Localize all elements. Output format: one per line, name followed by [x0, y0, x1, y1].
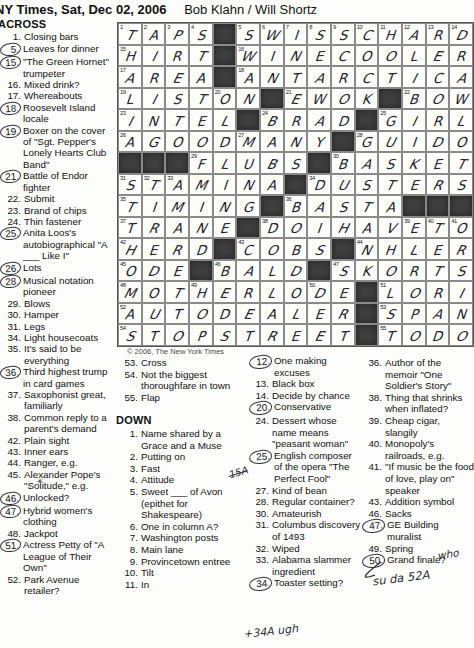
grid-cell[interactable]: O [284, 217, 308, 239]
grid-cell[interactable]: E [165, 260, 189, 282]
clue-22[interactable]: 22.Submit [0, 193, 116, 204]
grid-cell[interactable]: E [213, 217, 237, 239]
grid-cell[interactable]: D [189, 238, 213, 260]
grid-cell[interactable]: R [260, 324, 284, 346]
clue-25[interactable]: 25.English composer of the opera "The Pe… [249, 450, 361, 485]
clue-41[interactable]: 41."If music be the food of love, play o… [362, 461, 474, 496]
clue-45[interactable]: 45.Alexander Pope's "Solitude," e.g. [0, 469, 116, 492]
cell-letter: E [313, 330, 325, 344]
grid-cell[interactable]: E [307, 45, 331, 67]
grid-cell[interactable]: 32T [142, 174, 166, 196]
grid-cell[interactable]: 2A [142, 23, 166, 45]
clue-14[interactable]: 14.Decide by chance [249, 390, 361, 402]
clue-42[interactable]: 42.Plain sight [0, 435, 116, 446]
grid-cell[interactable]: 18A [236, 66, 260, 88]
grid-cell[interactable]: M [165, 195, 189, 217]
grid-cell[interactable]: 31S [118, 174, 142, 196]
clue-48[interactable]: 48.Jackpot [0, 528, 116, 539]
grid-cell[interactable]: T [142, 324, 166, 346]
grid-cell[interactable]: N [449, 303, 473, 325]
grid-cell[interactable]: T [378, 174, 402, 196]
clue-number: 4. [118, 474, 141, 486]
grid-cell[interactable]: 6W [260, 23, 284, 45]
grid-cell[interactable]: I [449, 281, 473, 303]
clue-55[interactable]: 55.Flap [118, 392, 245, 404]
clue-3[interactable]: 3.Fast [118, 463, 245, 475]
clue-32[interactable]: 32.Wiped [249, 543, 361, 555]
grid-cell[interactable]: R [236, 281, 260, 303]
clue-47[interactable]: 47.GE Building muralist [362, 519, 474, 542]
grid-cell[interactable]: T [284, 66, 308, 88]
grid-cell[interactable]: 21E [284, 88, 308, 110]
grid-cell[interactable]: A [260, 303, 284, 325]
clue-40[interactable]: 40.Monopoly's railroads, e.g. [362, 438, 474, 461]
grid-cell[interactable]: R [331, 66, 355, 88]
grid-cell[interactable]: 9S [331, 23, 355, 45]
clue-34[interactable]: 34.Toaster setting? [249, 577, 361, 591]
clue-25[interactable]: 25.Anita Loos's autobiographical "A ___ … [0, 227, 116, 261]
grid-cell[interactable]: D [426, 324, 450, 346]
grid-cell[interactable]: 33A [165, 174, 189, 196]
clue-text: Blows [24, 298, 116, 309]
grid-cell[interactable]: 16W [236, 45, 260, 67]
grid-cell[interactable]: 7I [284, 23, 308, 45]
clue-19[interactable]: 19.Boxer on the cover of "Sgt. Pepper's … [0, 125, 116, 171]
grid-cell[interactable]: U [142, 303, 166, 325]
grid-cell[interactable]: L [213, 152, 237, 174]
clue-53[interactable]: 53.Cross [118, 357, 245, 369]
clue-17[interactable]: 17.Whereabouts [0, 90, 116, 101]
grid-cell[interactable]: S [213, 324, 237, 346]
grid-cell[interactable]: 14D [449, 23, 473, 45]
grid-cell[interactable]: A [378, 195, 402, 217]
grid-cell[interactable]: L [449, 109, 473, 131]
grid-cell[interactable]: 19L [118, 88, 142, 110]
grid-cell[interactable]: N [260, 66, 284, 88]
grid-cell[interactable]: S [449, 260, 473, 282]
grid-cell[interactable]: R [142, 217, 166, 239]
grid-cell[interactable]: O [142, 281, 166, 303]
grid-cell[interactable]: 46B [213, 260, 237, 282]
grid-cell[interactable]: L [284, 303, 308, 325]
grid-cell[interactable]: O [165, 131, 189, 153]
clue-52[interactable]: 52.Park Avenue retailer? [0, 574, 116, 597]
grid-cell[interactable]: 55T [378, 324, 402, 346]
grid-cell[interactable]: O [260, 238, 284, 260]
grid-cell[interactable]: 30B [331, 152, 355, 174]
grid-cell[interactable]: G [236, 195, 260, 217]
clue-28[interactable]: 28.Musical notation pioneer [0, 275, 116, 298]
grid-cell[interactable]: T [189, 88, 213, 110]
grid-cell[interactable]: R [165, 45, 189, 67]
grid-cell[interactable]: E [331, 281, 355, 303]
grid-cell[interactable]: 52A [118, 303, 142, 325]
grid-cell[interactable]: R [165, 238, 189, 260]
clue-44[interactable]: 44.Ranger, e.g. [0, 457, 116, 468]
grid-cell[interactable]: 15H [118, 45, 142, 67]
grid-cell[interactable]: 8S [307, 23, 331, 45]
grid-cell[interactable]: E [189, 109, 213, 131]
clue-1[interactable]: 1.Name shared by a Grace and a Muse [118, 428, 245, 451]
cell-letter: W [312, 93, 327, 107]
clue-13[interactable]: 13.Black box [249, 378, 361, 390]
grid-cell[interactable]: I [142, 195, 166, 217]
grid-cell[interactable]: D [213, 303, 237, 325]
grid-cell[interactable]: 54S [118, 324, 142, 346]
grid-cell[interactable]: 26A [118, 131, 142, 153]
clue-24[interactable]: 24.Dessert whose name means "peasant wom… [249, 415, 361, 450]
across-clue-column: ACROSS 1.Closing bars5.Leaves for dinner… [0, 19, 116, 596]
clue-28[interactable]: 28.Regular container? [249, 496, 361, 508]
grid-cell[interactable]: L [260, 281, 284, 303]
handwritten-connector-curve [351, 561, 385, 583]
grid-cell[interactable]: A [260, 131, 284, 153]
grid-cell[interactable]: 43C [236, 238, 260, 260]
cell-letter: T [432, 222, 444, 236]
clue-36[interactable]: 36.Author of the memoir "One Soldier's S… [362, 357, 474, 392]
grid-cell[interactable]: A [307, 66, 331, 88]
clue-43[interactable]: 43.Addition symbol [362, 496, 474, 508]
grid-cell[interactable]: 3P [165, 23, 189, 45]
clue-27[interactable]: 27.Kind of bean [249, 485, 361, 497]
clue-54[interactable]: 54.Not the biggest thoroughfare in town [118, 369, 245, 392]
grid-cell[interactable]: N [213, 195, 237, 217]
cell-letter: B [266, 158, 279, 172]
clue-6[interactable]: 6.One in column A? [118, 521, 245, 533]
grid-cell[interactable]: 12A [402, 23, 426, 45]
clue-11[interactable]: 11.In [118, 579, 245, 591]
grid-cell[interactable]: E [142, 238, 166, 260]
grid-cell[interactable]: B [284, 238, 308, 260]
grid-cell[interactable]: V [378, 217, 402, 239]
clue-15[interactable]: 15."The Green Hornet" trumpeter [0, 56, 116, 79]
cell-letter: T [195, 50, 207, 64]
grid-cell[interactable]: 28G [355, 131, 379, 153]
grid-cell[interactable]: T [355, 195, 379, 217]
grid-cell[interactable]: T [449, 152, 473, 174]
grid-cell[interactable]: R [284, 109, 308, 131]
grid-cell[interactable]: U [236, 152, 260, 174]
grid-cell[interactable]: D [331, 109, 355, 131]
grid-cell[interactable]: E [213, 281, 237, 303]
clue-18[interactable]: 18.Roosevelt Island locale [0, 102, 116, 125]
grid-cell[interactable]: O [331, 88, 355, 110]
grid-cell[interactable]: I [213, 174, 237, 196]
clue-number: 23. [0, 205, 24, 216]
grid-cell[interactable]: 34D [307, 174, 331, 196]
grid-cell[interactable]: R [331, 303, 355, 325]
cell-letter: S [338, 28, 348, 42]
grid-cell[interactable]: O [449, 324, 473, 346]
clue-39[interactable]: 39.Cheap cigar, slangily [362, 415, 474, 438]
clue-9[interactable]: 9.Provincetown entree [118, 556, 245, 568]
cell-letter: E [433, 157, 443, 171]
grid-cell[interactable]: E [426, 45, 450, 67]
grid-cell[interactable]: L [402, 45, 426, 67]
grid-cell[interactable]: W [449, 88, 473, 110]
grid-cell[interactable]: L [260, 260, 284, 282]
clue-46[interactable]: 46.Sacks [362, 508, 474, 520]
grid-cell[interactable]: E [307, 303, 331, 325]
grid-cell[interactable]: K [355, 88, 379, 110]
grid-cell[interactable]: 20O [213, 88, 237, 110]
grid-cell[interactable]: 40T [426, 217, 450, 239]
grid-cell[interactable]: 48M [118, 281, 142, 303]
clue-12[interactable]: 12.One making excuses [249, 355, 361, 378]
grid-cell[interactable]: S [331, 195, 355, 217]
grid-cell[interactable]: O [355, 45, 379, 67]
grid-cell[interactable]: M [189, 174, 213, 196]
cell-letter: M [241, 136, 256, 150]
clue-number: 1. [0, 31, 24, 42]
grid-cell[interactable]: T [331, 324, 355, 346]
clue-number: 43. [0, 446, 24, 457]
grid-cell[interactable]: 51L [378, 281, 402, 303]
clue-text: Common reply to a parent's demand [24, 412, 116, 435]
grid-cell[interactable]: 35T [118, 195, 142, 217]
grid-cell[interactable]: T [426, 260, 450, 282]
clue-21[interactable]: 21.Battle of Endor fighter [0, 170, 116, 193]
grid-cell[interactable]: E [284, 324, 308, 346]
grid-cell[interactable]: L [213, 109, 237, 131]
grid-cell[interactable]: T [236, 324, 260, 346]
grid-cell[interactable]: D [426, 131, 450, 153]
clue-4[interactable]: 4.Attitude [118, 474, 245, 486]
grid-cell-black [165, 152, 189, 174]
grid-cell[interactable]: 27M [236, 131, 260, 153]
grid-cell[interactable]: I [307, 217, 331, 239]
grid-cell[interactable]: E [307, 324, 331, 346]
clue-35[interactable]: 35.It's said to be everything [0, 343, 116, 366]
grid-cell[interactable]: O [402, 324, 426, 346]
clue-number: 42. [0, 435, 24, 446]
clue-23[interactable]: 23.Brand of chips [0, 205, 116, 216]
grid-cell[interactable]: A [189, 66, 213, 88]
clue-number-circled: 47. [0, 504, 21, 519]
grid-cell[interactable]: I [142, 88, 166, 110]
grid-cell[interactable]: 38D [260, 217, 284, 239]
grid-cell[interactable]: A [307, 109, 331, 131]
grid-cell[interactable]: D [142, 260, 166, 282]
cell-number: 29 [191, 153, 196, 159]
grid-cell[interactable]: O [284, 281, 308, 303]
grid-cell[interactable]: 22B [402, 88, 426, 110]
clue-1[interactable]: 1.Closing bars [0, 31, 116, 42]
grid-cell[interactable]: 39E [402, 217, 426, 239]
grid-cell[interactable]: 41O [449, 217, 473, 239]
grid-cell[interactable]: O [189, 131, 213, 153]
clue-26[interactable]: 26.Lots [0, 262, 116, 275]
grid-cell[interactable]: O [449, 131, 473, 153]
grid-cell[interactable]: T [165, 303, 189, 325]
grid-cell[interactable]: N [189, 217, 213, 239]
clue-33[interactable]: 33.Alabama slammer ingredient [249, 554, 361, 577]
grid-cell[interactable]: 45O [118, 260, 142, 282]
grid-cell[interactable]: R [449, 238, 473, 260]
clue-10[interactable]: 10.Tilt [118, 567, 245, 579]
grid-cell[interactable]: 49H [189, 281, 213, 303]
cell-letter: O [289, 222, 303, 236]
cell-letter: A [196, 71, 206, 85]
clue-37[interactable]: 37.Saxophonist great, familiarly [0, 389, 116, 412]
grid-cell[interactable]: L [402, 238, 426, 260]
grid-cell[interactable]: D [213, 131, 237, 153]
clue-31[interactable]: 31.Legs [0, 321, 116, 332]
clue-2[interactable]: 2.Putting on [118, 451, 245, 463]
grid-cell[interactable]: Y [307, 131, 331, 153]
grid-cell[interactable]: 11H [378, 23, 402, 45]
grid-cell[interactable]: A [449, 66, 473, 88]
cell-letter: S [219, 330, 231, 344]
grid-cell[interactable]: 25G [378, 109, 402, 131]
clue-31[interactable]: 31.Columbus discovery of 1493 [249, 519, 361, 542]
grid-cell[interactable]: R [426, 281, 450, 303]
grid-cell[interactable]: N [284, 131, 308, 153]
grid-cell[interactable]: I [142, 45, 166, 67]
clue-29[interactable]: 29.Blows [0, 298, 116, 309]
grid-cell[interactable]: K [402, 152, 426, 174]
cell-number: 9 [333, 24, 336, 30]
grid-cell[interactable]: 44N [355, 238, 379, 260]
grid-cell[interactable]: T [378, 66, 402, 88]
grid-cell[interactable]: P [402, 303, 426, 325]
grid-cell[interactable]: P [189, 324, 213, 346]
grid-cell[interactable]: 4S [189, 23, 213, 45]
grid-cell[interactable]: I [402, 66, 426, 88]
grid-cell[interactable]: A [260, 174, 284, 196]
grid-cell[interactable]: R [426, 174, 450, 196]
grid-cell[interactable]: T [165, 281, 189, 303]
cell-letter: O [171, 136, 183, 150]
grid-cell[interactable]: R [426, 109, 450, 131]
grid-cell[interactable]: O [402, 281, 426, 303]
grid-cell[interactable]: N [236, 174, 260, 196]
clue-46[interactable]: 46.Unlocked? [0, 492, 116, 505]
grid-cell[interactable]: C [331, 45, 355, 67]
grid-cell[interactable]: 23I [118, 109, 142, 131]
grid-cell[interactable]: O [378, 260, 402, 282]
grid-cell[interactable]: H [331, 217, 355, 239]
clue-7[interactable]: 7.Washington posts [118, 532, 245, 544]
grid-cell[interactable]: 1T [118, 23, 142, 45]
grid-cell[interactable]: T [189, 45, 213, 67]
grid-cell[interactable]: S [355, 174, 379, 196]
clue-8[interactable]: 8.Main lane [118, 544, 245, 556]
clue-16[interactable]: 16.Mixed drink? [0, 79, 116, 90]
grid-cell[interactable]: T [165, 109, 189, 131]
grid-cell[interactable]: B [260, 152, 284, 174]
grid-cell[interactable]: K [355, 260, 379, 282]
grid-cell[interactable]: N [142, 109, 166, 131]
clue-24[interactable]: 24.Thin fastener [0, 216, 116, 227]
clue-5[interactable]: 5.Sweet ___ of Avon (epithet for Shakesp… [118, 486, 245, 521]
grid-cell[interactable]: E [165, 66, 189, 88]
clue-20[interactable]: 20.Conservative [249, 401, 361, 415]
clue-34[interactable]: 34.Light housecoats [0, 332, 116, 343]
grid-cell[interactable]: 24B [260, 109, 284, 131]
clue-number: 27. [249, 485, 272, 497]
grid-cell[interactable]: 53S [378, 303, 402, 325]
grid-cell[interactable]: O [189, 303, 213, 325]
grid-cell[interactable]: A [165, 217, 189, 239]
grid-cell[interactable]: E [402, 174, 426, 196]
grid-cell[interactable]: E [426, 152, 450, 174]
grid-cell[interactable]: S [378, 152, 402, 174]
grid-cell[interactable]: I [402, 131, 426, 153]
grid-cell[interactable]: N [236, 88, 260, 110]
grid-cell[interactable]: U [378, 131, 402, 153]
grid-cell[interactable]: U [331, 174, 355, 196]
grid-cell[interactable]: 50D [307, 281, 331, 303]
cell-letter: M [170, 201, 185, 215]
grid-cell[interactable]: 47S [331, 260, 355, 282]
clue-47[interactable]: 47.Hybrid women's clothing [0, 505, 116, 528]
cell-letter: B [290, 201, 301, 215]
grid-cell[interactable]: A [355, 152, 379, 174]
clue-30[interactable]: 30.Amateurish [249, 508, 361, 520]
grid-cell[interactable]: E [426, 238, 450, 260]
grid-cell[interactable]: O [165, 324, 189, 346]
grid-cell[interactable]: 29F [189, 152, 213, 174]
clue-5[interactable]: 5.Leaves for dinner [0, 43, 116, 56]
grid-cell[interactable]: I [189, 195, 213, 217]
clue-43[interactable]: 43.Inner ears [0, 446, 116, 457]
cell-letter: S [243, 28, 253, 42]
grid-cell[interactable]: 36B [284, 195, 308, 217]
grid-cell[interactable]: C [426, 66, 450, 88]
clue-38[interactable]: 38.Thing that shrinks when inflated? [362, 392, 474, 415]
cell-letter: E [432, 50, 444, 64]
grid-cell[interactable]: 13R [426, 23, 450, 45]
clue-38[interactable]: 38.Common reply to a parent's demand [0, 412, 116, 435]
grid-cell[interactable]: R [402, 260, 426, 282]
grid-cell[interactable]: H [378, 238, 402, 260]
grid-cell[interactable]: S [307, 238, 331, 260]
grid-cell[interactable]: A [426, 303, 450, 325]
grid-cell[interactable]: W [307, 88, 331, 110]
grid-cell[interactable]: S [165, 88, 189, 110]
grid-cell[interactable]: R [449, 45, 473, 67]
grid-cell[interactable]: A [355, 217, 379, 239]
grid-cell[interactable]: R [142, 66, 166, 88]
grid-cell[interactable]: A [236, 260, 260, 282]
grid-cell[interactable]: S [449, 174, 473, 196]
cell-letter: E [433, 244, 443, 258]
grid-cell[interactable]: 17A [118, 66, 142, 88]
clue-30[interactable]: 30.Hamper [0, 309, 116, 320]
grid-cell[interactable]: S [284, 152, 308, 174]
grid-cell[interactable]: G [142, 131, 166, 153]
grid-cell[interactable]: O [378, 45, 402, 67]
grid-cell[interactable]: E [236, 303, 260, 325]
grid-cell[interactable]: I [402, 109, 426, 131]
clue-number: 32. [249, 543, 272, 555]
clue-36[interactable]: 36.Third highest trump in card games [0, 366, 116, 389]
grid-cell[interactable]: O [426, 88, 450, 110]
grid-cell[interactable]: A [307, 195, 331, 217]
cell-number: 36 [286, 196, 291, 202]
grid-cell[interactable]: D [284, 260, 308, 282]
grid-cell[interactable]: I [260, 45, 284, 67]
grid-cell[interactable]: C [355, 66, 379, 88]
grid-cell[interactable]: 42H [118, 238, 142, 260]
clue-51[interactable]: 51.Actress Petty of "A League of Their O… [0, 539, 116, 573]
cell-number: 14 [451, 24, 456, 30]
grid-cell[interactable]: 37T [118, 217, 142, 239]
grid-cell[interactable]: 10C [355, 23, 379, 45]
grid-cell[interactable]: N [284, 45, 308, 67]
grid-cell[interactable]: 5S [236, 23, 260, 45]
